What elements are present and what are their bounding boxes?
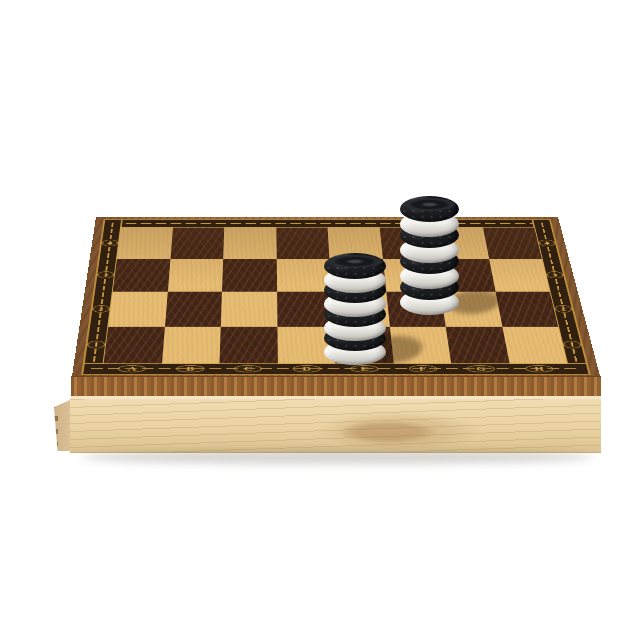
square-b2[interactable]	[165, 292, 222, 327]
checker-disc-black[interactable]	[324, 253, 386, 279]
checker-disc-black[interactable]	[400, 196, 459, 222]
border-chain-band-front	[82, 363, 589, 374]
square-h4[interactable]	[483, 228, 542, 259]
square-h3[interactable]	[489, 259, 550, 292]
file-label-b: B	[176, 365, 204, 372]
square-h2[interactable]	[495, 292, 558, 327]
checker-stack-f2[interactable]	[400, 196, 459, 315]
square-a3[interactable]	[113, 259, 170, 292]
square-g1[interactable]	[446, 326, 509, 363]
square-c4[interactable]	[223, 228, 276, 259]
box-front-veneer-strip	[71, 376, 601, 398]
border-chain-band-back	[103, 220, 552, 228]
square-c2[interactable]	[221, 292, 277, 327]
file-label-e: E	[351, 365, 379, 372]
rank-label-right-4: 4	[538, 240, 556, 247]
checker-stack-e1[interactable]	[324, 253, 386, 365]
square-b4[interactable]	[170, 228, 224, 259]
square-c3[interactable]	[222, 259, 277, 292]
rank-label-right-2: 2	[554, 305, 573, 312]
box-front-panel	[70, 399, 601, 453]
checker-top-face	[404, 198, 455, 211]
file-label-d: D	[293, 365, 321, 372]
square-d4[interactable]	[276, 228, 329, 259]
square-a1[interactable]	[104, 326, 165, 363]
file-label-g: G	[467, 365, 496, 372]
box-ground-shadow	[80, 450, 594, 464]
checker-top-face	[328, 255, 381, 268]
square-c1[interactable]	[219, 326, 277, 363]
square-h1[interactable]	[502, 326, 567, 363]
file-label-f: F	[409, 365, 438, 372]
square-d3[interactable]	[276, 259, 331, 292]
box-left-side-finger-joints	[52, 399, 72, 451]
square-a2[interactable]	[108, 292, 167, 327]
square-a4[interactable]	[117, 228, 173, 259]
square-b1[interactable]	[162, 326, 221, 363]
scene: ABCDEFGH44332211	[0, 0, 640, 640]
square-b3[interactable]	[167, 259, 223, 292]
